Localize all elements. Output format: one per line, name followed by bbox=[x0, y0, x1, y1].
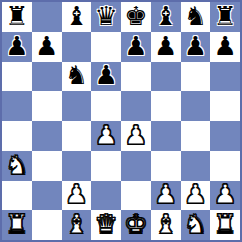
square-b1[interactable] bbox=[32, 210, 62, 240]
square-h5[interactable] bbox=[210, 91, 240, 121]
piece-black-pawn: ♟ bbox=[5, 33, 28, 59]
square-c1[interactable]: ♝ bbox=[62, 210, 92, 240]
square-b4[interactable] bbox=[32, 121, 62, 151]
square-a4[interactable] bbox=[2, 121, 32, 151]
piece-white-king: ♚ bbox=[124, 211, 147, 237]
square-a6[interactable] bbox=[2, 62, 32, 92]
square-e2[interactable] bbox=[121, 181, 151, 211]
square-d1[interactable]: ♛ bbox=[91, 210, 121, 240]
square-f4[interactable] bbox=[151, 121, 181, 151]
square-e3[interactable] bbox=[121, 151, 151, 181]
square-h3[interactable] bbox=[210, 151, 240, 181]
piece-black-queen: ♛ bbox=[94, 3, 117, 29]
square-a5[interactable] bbox=[2, 91, 32, 121]
piece-white-queen: ♛ bbox=[94, 211, 117, 237]
square-f1[interactable]: ♝ bbox=[151, 210, 181, 240]
piece-white-rook: ♜ bbox=[5, 211, 28, 237]
square-h6[interactable] bbox=[210, 62, 240, 92]
piece-black-pawn: ♟ bbox=[35, 33, 58, 59]
square-e8[interactable]: ♚ bbox=[121, 2, 151, 32]
square-e5[interactable] bbox=[121, 91, 151, 121]
square-h4[interactable] bbox=[210, 121, 240, 151]
square-d3[interactable] bbox=[91, 151, 121, 181]
chess-board: ♜♝♛♚♝♞♜♟♟♟♟♟♟♞♟♟♟♞♟♟♟♟♜♝♛♚♝♞♜ bbox=[0, 0, 242, 242]
square-a3[interactable]: ♞ bbox=[2, 151, 32, 181]
square-g2[interactable]: ♟ bbox=[181, 181, 211, 211]
chess-board-grid: ♜♝♛♚♝♞♜♟♟♟♟♟♟♞♟♟♟♞♟♟♟♟♜♝♛♚♝♞♜ bbox=[2, 2, 240, 240]
piece-black-knight: ♞ bbox=[184, 3, 207, 29]
square-h7[interactable]: ♟ bbox=[210, 32, 240, 62]
piece-black-pawn: ♟ bbox=[184, 33, 207, 59]
square-h2[interactable]: ♟ bbox=[210, 181, 240, 211]
square-d2[interactable] bbox=[91, 181, 121, 211]
square-f3[interactable] bbox=[151, 151, 181, 181]
piece-white-pawn: ♟ bbox=[154, 181, 177, 207]
piece-black-pawn: ♟ bbox=[124, 33, 147, 59]
square-d7[interactable] bbox=[91, 32, 121, 62]
square-h1[interactable]: ♜ bbox=[210, 210, 240, 240]
piece-black-pawn: ♟ bbox=[94, 62, 117, 88]
square-f8[interactable]: ♝ bbox=[151, 2, 181, 32]
square-b6[interactable] bbox=[32, 62, 62, 92]
square-e6[interactable] bbox=[121, 62, 151, 92]
square-d6[interactable]: ♟ bbox=[91, 62, 121, 92]
square-c6[interactable]: ♞ bbox=[62, 62, 92, 92]
square-d4[interactable]: ♟ bbox=[91, 121, 121, 151]
square-c7[interactable] bbox=[62, 32, 92, 62]
piece-white-pawn: ♟ bbox=[184, 181, 207, 207]
piece-black-pawn: ♟ bbox=[213, 33, 236, 59]
square-g7[interactable]: ♟ bbox=[181, 32, 211, 62]
piece-black-bishop: ♝ bbox=[154, 3, 177, 29]
square-h8[interactable]: ♜ bbox=[210, 2, 240, 32]
square-f6[interactable] bbox=[151, 62, 181, 92]
square-g6[interactable] bbox=[181, 62, 211, 92]
square-c5[interactable] bbox=[62, 91, 92, 121]
square-c4[interactable] bbox=[62, 121, 92, 151]
square-g5[interactable] bbox=[181, 91, 211, 121]
piece-black-pawn: ♟ bbox=[154, 33, 177, 59]
piece-black-knight: ♞ bbox=[65, 62, 88, 88]
piece-white-pawn: ♟ bbox=[65, 181, 88, 207]
square-d8[interactable]: ♛ bbox=[91, 2, 121, 32]
square-a2[interactable] bbox=[2, 181, 32, 211]
piece-white-rook: ♜ bbox=[213, 211, 236, 237]
square-e4[interactable]: ♟ bbox=[121, 121, 151, 151]
square-b5[interactable] bbox=[32, 91, 62, 121]
piece-black-bishop: ♝ bbox=[65, 3, 88, 29]
piece-white-bishop: ♝ bbox=[65, 211, 88, 237]
square-f2[interactable]: ♟ bbox=[151, 181, 181, 211]
square-g8[interactable]: ♞ bbox=[181, 2, 211, 32]
square-f5[interactable] bbox=[151, 91, 181, 121]
square-a7[interactable]: ♟ bbox=[2, 32, 32, 62]
square-g4[interactable] bbox=[181, 121, 211, 151]
piece-white-pawn: ♟ bbox=[94, 122, 117, 148]
square-b7[interactable]: ♟ bbox=[32, 32, 62, 62]
square-f7[interactable]: ♟ bbox=[151, 32, 181, 62]
piece-white-knight: ♞ bbox=[184, 211, 207, 237]
square-b2[interactable] bbox=[32, 181, 62, 211]
square-e1[interactable]: ♚ bbox=[121, 210, 151, 240]
square-b8[interactable] bbox=[32, 2, 62, 32]
square-a8[interactable]: ♜ bbox=[2, 2, 32, 32]
square-e7[interactable]: ♟ bbox=[121, 32, 151, 62]
square-d5[interactable] bbox=[91, 91, 121, 121]
square-c8[interactable]: ♝ bbox=[62, 2, 92, 32]
piece-black-rook: ♜ bbox=[5, 3, 28, 29]
square-c2[interactable]: ♟ bbox=[62, 181, 92, 211]
piece-white-knight: ♞ bbox=[5, 152, 28, 178]
piece-white-pawn: ♟ bbox=[213, 181, 236, 207]
square-g3[interactable] bbox=[181, 151, 211, 181]
square-g1[interactable]: ♞ bbox=[181, 210, 211, 240]
square-b3[interactable] bbox=[32, 151, 62, 181]
square-a1[interactable]: ♜ bbox=[2, 210, 32, 240]
piece-black-king: ♚ bbox=[124, 3, 147, 29]
piece-white-pawn: ♟ bbox=[124, 122, 147, 148]
piece-white-bishop: ♝ bbox=[154, 211, 177, 237]
piece-black-rook: ♜ bbox=[213, 3, 236, 29]
square-c3[interactable] bbox=[62, 151, 92, 181]
